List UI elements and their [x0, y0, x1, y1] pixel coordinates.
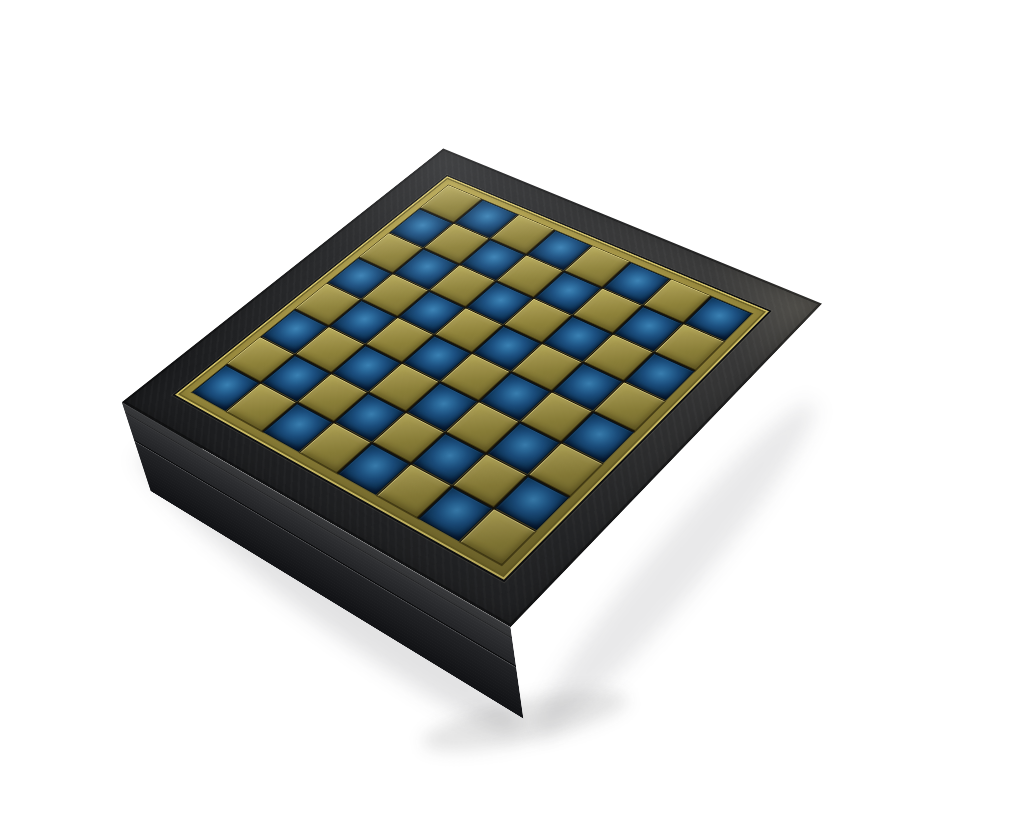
square-f5[interactable]: [512, 344, 581, 390]
square-c2[interactable]: [298, 374, 367, 421]
square-h2[interactable]: [495, 476, 569, 530]
square-d2[interactable]: [335, 393, 405, 441]
chess-box: [190, 71, 755, 636]
square-e4[interactable]: [441, 354, 510, 401]
scene-perspective: [190, 71, 755, 636]
square-e1[interactable]: [338, 443, 410, 495]
square-h1[interactable]: [460, 509, 535, 565]
box-lid-top: [122, 149, 822, 628]
square-g4[interactable]: [521, 392, 592, 441]
square-d1[interactable]: [300, 423, 371, 473]
product-photo: [0, 0, 1024, 836]
square-d3[interactable]: [370, 364, 439, 411]
square-g5[interactable]: [553, 363, 623, 411]
square-b1[interactable]: [227, 384, 296, 431]
square-c1[interactable]: [263, 403, 333, 452]
square-g2[interactable]: [453, 454, 526, 507]
square-e3[interactable]: [408, 383, 478, 431]
square-g6[interactable]: [584, 334, 653, 380]
square-g3[interactable]: [488, 423, 560, 474]
square-h7[interactable]: [655, 324, 724, 370]
square-f3[interactable]: [447, 403, 518, 452]
square-f2[interactable]: [413, 433, 485, 484]
square-f1[interactable]: [377, 465, 450, 518]
chess-box-3d: [122, 149, 822, 628]
square-g1[interactable]: [418, 486, 492, 541]
square-e2[interactable]: [373, 413, 444, 463]
square-h6[interactable]: [625, 353, 695, 400]
square-h5[interactable]: [594, 382, 665, 431]
square-h4[interactable]: [562, 412, 634, 463]
square-f4[interactable]: [480, 373, 550, 421]
square-h3[interactable]: [529, 444, 602, 496]
